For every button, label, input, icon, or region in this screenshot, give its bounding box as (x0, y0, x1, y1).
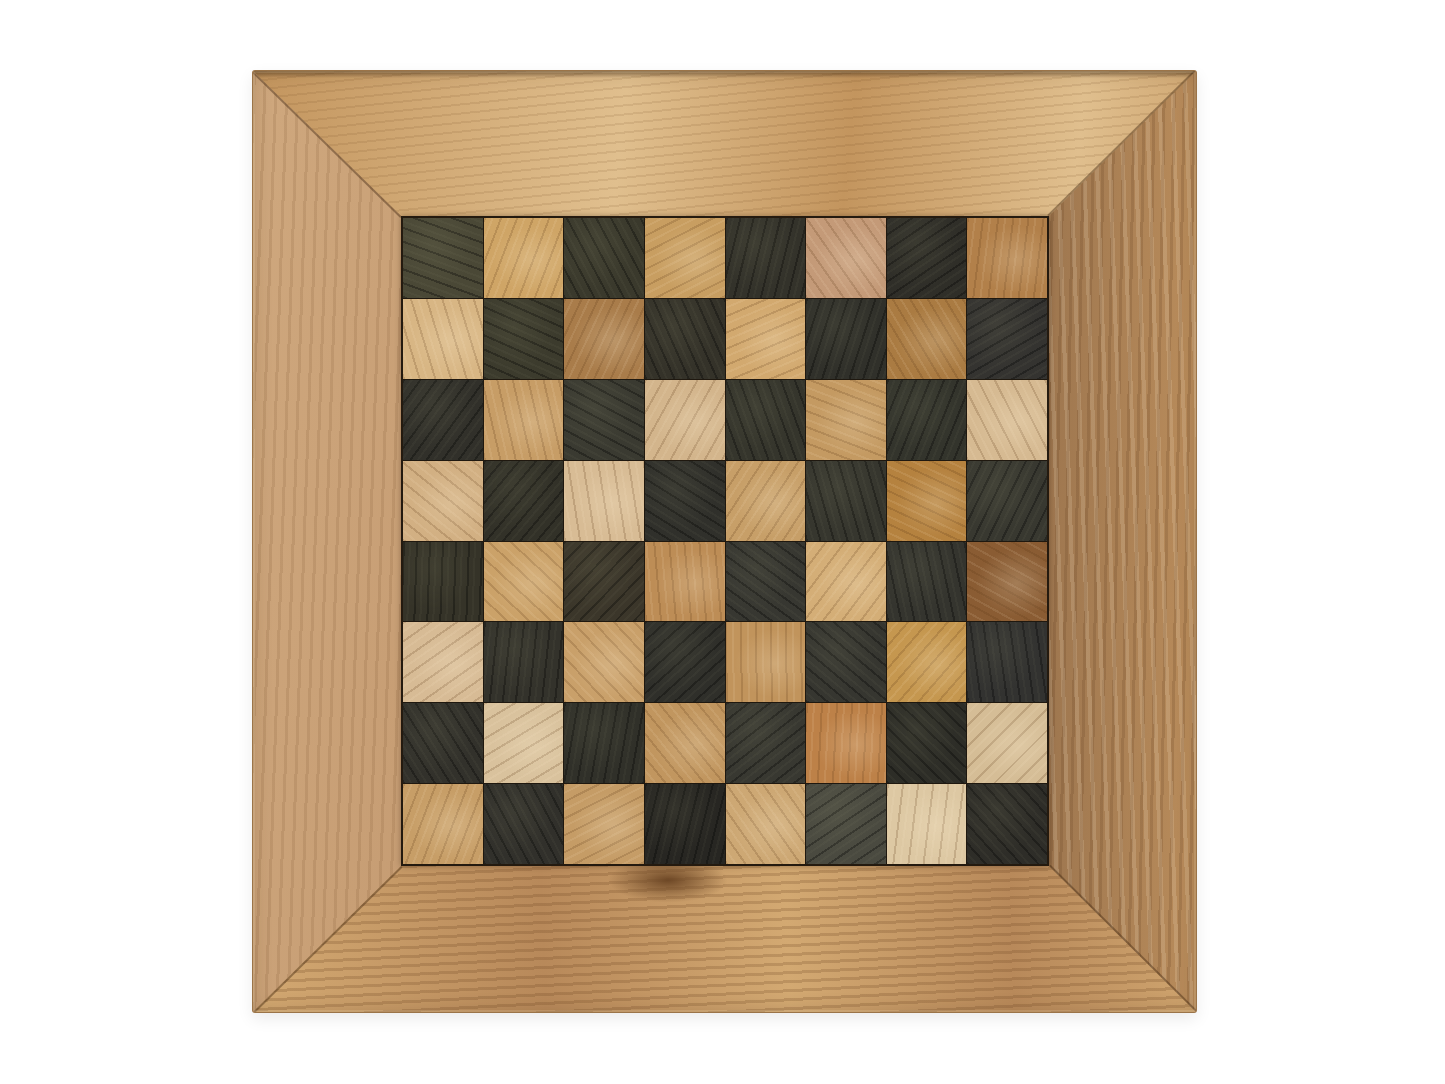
square-g7[interactable] (887, 299, 967, 379)
square-c6[interactable] (564, 380, 644, 460)
square-e4[interactable] (726, 542, 806, 622)
square-b3[interactable] (484, 622, 564, 702)
square-c4[interactable] (564, 542, 644, 622)
square-a2[interactable] (403, 703, 483, 783)
square-h5[interactable] (967, 461, 1047, 541)
square-d6[interactable] (645, 380, 725, 460)
square-d3[interactable] (645, 622, 725, 702)
square-f4[interactable] (806, 542, 886, 622)
square-e5[interactable] (726, 461, 806, 541)
square-h7[interactable] (967, 299, 1047, 379)
square-c7[interactable] (564, 299, 644, 379)
square-g5[interactable] (887, 461, 967, 541)
square-a6[interactable] (403, 380, 483, 460)
square-a8[interactable] (403, 218, 483, 298)
square-g3[interactable] (887, 622, 967, 702)
square-c1[interactable] (564, 784, 644, 864)
square-a4[interactable] (403, 542, 483, 622)
square-d4[interactable] (645, 542, 725, 622)
square-e7[interactable] (726, 299, 806, 379)
square-a7[interactable] (403, 299, 483, 379)
square-g6[interactable] (887, 380, 967, 460)
square-g4[interactable] (887, 542, 967, 622)
square-e3[interactable] (726, 622, 806, 702)
square-f5[interactable] (806, 461, 886, 541)
square-g2[interactable] (887, 703, 967, 783)
square-d8[interactable] (645, 218, 725, 298)
square-d5[interactable] (645, 461, 725, 541)
square-h2[interactable] (967, 703, 1047, 783)
square-c5[interactable] (564, 461, 644, 541)
square-c2[interactable] (564, 703, 644, 783)
square-g8[interactable] (887, 218, 967, 298)
square-b8[interactable] (484, 218, 564, 298)
photo-background (0, 0, 1445, 1084)
square-h6[interactable] (967, 380, 1047, 460)
square-b1[interactable] (484, 784, 564, 864)
square-f1[interactable] (806, 784, 886, 864)
square-g1[interactable] (887, 784, 967, 864)
square-d1[interactable] (645, 784, 725, 864)
square-b7[interactable] (484, 299, 564, 379)
square-f7[interactable] (806, 299, 886, 379)
square-c8[interactable] (564, 218, 644, 298)
playing-area (401, 216, 1049, 866)
square-c3[interactable] (564, 622, 644, 702)
square-b5[interactable] (484, 461, 564, 541)
square-b4[interactable] (484, 542, 564, 622)
square-d7[interactable] (645, 299, 725, 379)
square-a3[interactable] (403, 622, 483, 702)
square-f3[interactable] (806, 622, 886, 702)
square-a5[interactable] (403, 461, 483, 541)
square-b2[interactable] (484, 703, 564, 783)
square-f6[interactable] (806, 380, 886, 460)
square-h3[interactable] (967, 622, 1047, 702)
square-h4[interactable] (967, 542, 1047, 622)
square-d2[interactable] (645, 703, 725, 783)
square-e1[interactable] (726, 784, 806, 864)
square-f2[interactable] (806, 703, 886, 783)
chess-board (252, 70, 1197, 1013)
square-h1[interactable] (967, 784, 1047, 864)
square-a1[interactable] (403, 784, 483, 864)
square-e2[interactable] (726, 703, 806, 783)
square-e6[interactable] (726, 380, 806, 460)
square-f8[interactable] (806, 218, 886, 298)
square-e8[interactable] (726, 218, 806, 298)
square-b6[interactable] (484, 380, 564, 460)
square-h8[interactable] (967, 218, 1047, 298)
